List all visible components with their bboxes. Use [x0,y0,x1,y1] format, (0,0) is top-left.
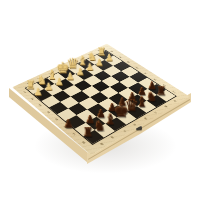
coordinate-label: 4 [144,72,148,75]
square [73,80,91,91]
board-grid: ♜♟♟♜♞♟♟♞♝♟♟♝♛♟♟♛♚♟♟♚♝♟♟♝♞♟♟♞♜♟♜ [25,50,177,145]
coordinate-label: 3 [38,104,43,107]
coordinate-label: 1 [172,90,177,93]
white-pawn: ♟ [96,58,104,67]
white-pawn: ♟ [34,87,43,97]
black-rook: ♜ [83,127,95,140]
coordinate-label: a [173,99,178,102]
black-knight: ♞ [94,120,106,133]
coordinate-label: 1 [23,91,27,94]
white-pawn: ♟ [45,82,54,92]
coordinate-label: 6 [127,61,131,63]
coordinate-label: 7 [118,55,122,57]
coordinate-label: 8 [110,50,114,52]
coordinate-label: 3 [153,78,157,81]
white-pawn: ♟ [86,62,95,72]
coordinate-label: e [132,123,137,126]
coordinate-label: b [163,105,168,108]
coordinate-label: d [143,117,148,120]
coordinate-label: 4 [46,111,51,114]
coordinate-label: g [88,54,92,56]
coordinate-label: 5 [55,118,60,121]
chess-set-product-photo: ♜♟♟♜♞♟♟♞♝♟♟♝♛♟♟♛♚♟♟♚♝♟♟♝♞♟♟♞♜♟♜ 87654321… [0,0,200,200]
black-rook: ♜ [157,86,167,98]
coordinate-label: 8 [82,141,87,145]
white-pawn: ♟ [55,77,64,87]
coordinate-label: f [122,129,126,132]
black-knight: ♞ [147,91,158,103]
coordinate-label: 2 [30,98,34,101]
coordinate-label: 7 [72,133,77,137]
white-pawn: ♟ [76,67,85,77]
coordinate-label: 5 [135,66,139,69]
coordinate-label: c [153,111,158,114]
white-pawn: ♟ [105,53,113,62]
coordinate-label: g [110,135,115,139]
board-perspective-wrap: ♜♟♟♜♞♟♟♞♝♟♟♝♛♟♟♛♚♟♟♚♝♟♟♝♞♟♟♞♜♟♜ 87654321… [37,29,163,155]
coordinate-label: h [99,142,104,146]
white-pawn: ♟ [66,72,75,82]
black-bishop: ♝ [105,113,118,127]
stray-black-pawn: ♟ [64,119,74,130]
coordinate-label: h [97,50,101,52]
